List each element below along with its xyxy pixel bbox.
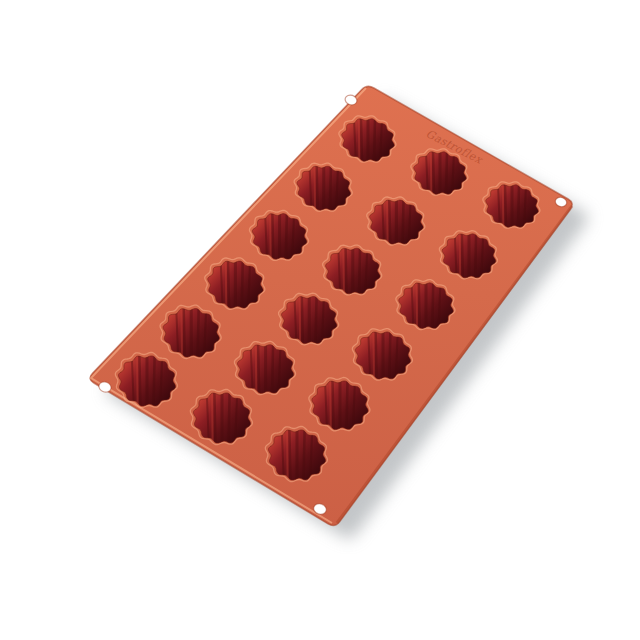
mold-scene: Gastroflex <box>0 0 640 640</box>
product-photo: Gastroflex <box>0 0 640 640</box>
